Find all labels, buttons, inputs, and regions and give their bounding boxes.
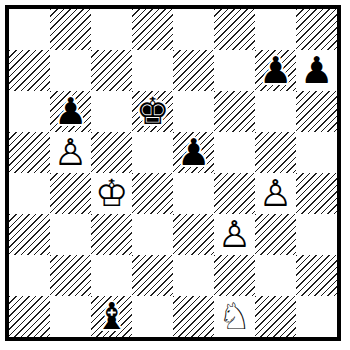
square-h2[interactable] xyxy=(296,255,337,296)
square-a3[interactable] xyxy=(9,214,50,255)
square-e2[interactable] xyxy=(173,255,214,296)
square-b2[interactable] xyxy=(50,255,91,296)
square-e5[interactable]: ♟ xyxy=(173,132,214,173)
square-h7[interactable]: ♟ xyxy=(296,50,337,91)
square-b6[interactable]: ♟ xyxy=(50,91,91,132)
square-c1[interactable]: ♝ xyxy=(91,296,132,337)
square-a5[interactable] xyxy=(9,132,50,173)
square-c5[interactable] xyxy=(91,132,132,173)
square-c2[interactable] xyxy=(91,255,132,296)
black-bishop[interactable]: ♝ xyxy=(95,296,128,337)
square-d7[interactable] xyxy=(132,50,173,91)
square-d6[interactable]: ♚ xyxy=(132,91,173,132)
square-a4[interactable] xyxy=(9,173,50,214)
square-g1[interactable] xyxy=(255,296,296,337)
square-d4[interactable] xyxy=(132,173,173,214)
square-e8[interactable] xyxy=(173,9,214,50)
square-g6[interactable] xyxy=(255,91,296,132)
white-pawn[interactable]: ♙ xyxy=(259,173,292,214)
white-king[interactable]: ♔ xyxy=(95,173,128,214)
square-h4[interactable] xyxy=(296,173,337,214)
square-g7[interactable]: ♟ xyxy=(255,50,296,91)
square-c8[interactable] xyxy=(91,9,132,50)
square-h8[interactable] xyxy=(296,9,337,50)
square-a1[interactable] xyxy=(9,296,50,337)
square-f1[interactable]: ♘ xyxy=(214,296,255,337)
square-f5[interactable] xyxy=(214,132,255,173)
black-pawn[interactable]: ♟ xyxy=(54,91,87,132)
square-e4[interactable] xyxy=(173,173,214,214)
white-knight[interactable]: ♘ xyxy=(218,296,251,337)
square-a7[interactable] xyxy=(9,50,50,91)
square-d3[interactable] xyxy=(132,214,173,255)
square-f6[interactable] xyxy=(214,91,255,132)
square-d5[interactable] xyxy=(132,132,173,173)
square-a6[interactable] xyxy=(9,91,50,132)
square-h3[interactable] xyxy=(296,214,337,255)
square-g3[interactable] xyxy=(255,214,296,255)
white-pawn[interactable]: ♙ xyxy=(54,132,87,173)
square-h6[interactable] xyxy=(296,91,337,132)
square-a2[interactable] xyxy=(9,255,50,296)
square-c4[interactable]: ♔ xyxy=(91,173,132,214)
square-c7[interactable] xyxy=(91,50,132,91)
square-c3[interactable] xyxy=(91,214,132,255)
square-e1[interactable] xyxy=(173,296,214,337)
square-g2[interactable] xyxy=(255,255,296,296)
square-f3[interactable]: ♙ xyxy=(214,214,255,255)
square-d1[interactable] xyxy=(132,296,173,337)
square-d2[interactable] xyxy=(132,255,173,296)
white-pawn[interactable]: ♙ xyxy=(218,214,251,255)
black-pawn[interactable]: ♟ xyxy=(300,50,333,91)
square-h5[interactable] xyxy=(296,132,337,173)
black-pawn[interactable]: ♟ xyxy=(177,132,210,173)
square-f7[interactable] xyxy=(214,50,255,91)
chess-diagram: ♟♟♟♚♙♟♔♙♙♝♘ xyxy=(0,0,350,350)
square-b3[interactable] xyxy=(50,214,91,255)
square-b8[interactable] xyxy=(50,9,91,50)
square-b1[interactable] xyxy=(50,296,91,337)
square-f8[interactable] xyxy=(214,9,255,50)
square-g8[interactable] xyxy=(255,9,296,50)
chess-board: ♟♟♟♚♙♟♔♙♙♝♘ xyxy=(5,5,341,341)
square-b5[interactable]: ♙ xyxy=(50,132,91,173)
square-d8[interactable] xyxy=(132,9,173,50)
square-e6[interactable] xyxy=(173,91,214,132)
square-g5[interactable] xyxy=(255,132,296,173)
black-pawn[interactable]: ♟ xyxy=(259,50,292,91)
square-b4[interactable] xyxy=(50,173,91,214)
square-h1[interactable] xyxy=(296,296,337,337)
square-e7[interactable] xyxy=(173,50,214,91)
square-c6[interactable] xyxy=(91,91,132,132)
square-b7[interactable] xyxy=(50,50,91,91)
square-a8[interactable] xyxy=(9,9,50,50)
black-king[interactable]: ♚ xyxy=(136,91,169,132)
square-e3[interactable] xyxy=(173,214,214,255)
square-f2[interactable] xyxy=(214,255,255,296)
square-f4[interactable] xyxy=(214,173,255,214)
square-g4[interactable]: ♙ xyxy=(255,173,296,214)
